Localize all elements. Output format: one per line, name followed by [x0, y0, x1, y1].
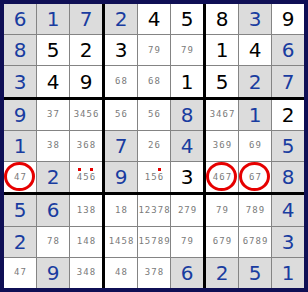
- cell-r2c6[interactable]: 79: [171, 35, 203, 65]
- cell-r4c8[interactable]: 1: [239, 100, 271, 130]
- cell-r2c5[interactable]: 79: [138, 35, 170, 65]
- candidate-r9c3-8: 8: [89, 268, 95, 277]
- candidates-r9c4: 48: [115, 268, 128, 277]
- candidate-r7c5-8: 8: [164, 206, 170, 215]
- candidates-r2c6: 79: [181, 46, 194, 55]
- cell-r9c5[interactable]: 378: [138, 258, 170, 288]
- candidate-r8c7-9: 9: [225, 237, 231, 246]
- cell-r9c1[interactable]: 47: [4, 258, 36, 288]
- cell-r2c2[interactable]: 5: [37, 35, 69, 65]
- digit-r2c4: 3: [115, 40, 128, 60]
- digit-r3c6: 1: [181, 72, 194, 92]
- digit-r9c9: 1: [282, 263, 295, 283]
- candidates-r6c1: 47: [14, 173, 27, 182]
- cell-r7c9[interactable]: 4: [272, 195, 304, 225]
- candidates-r6c5: 156: [144, 173, 163, 182]
- box-3: 839146527: [206, 4, 304, 97]
- cell-r6c2[interactable]: 2: [37, 162, 69, 192]
- cell-r1c9[interactable]: 9: [272, 4, 304, 34]
- cell-r4c4[interactable]: 56: [105, 100, 137, 130]
- candidate-r5c7-9: 9: [225, 141, 231, 150]
- candidates-r8c3: 148: [76, 237, 95, 246]
- digit-r3c1: 3: [14, 72, 27, 92]
- candidates-r7c8: 789: [245, 206, 264, 215]
- digit-r2c7: 1: [216, 40, 229, 60]
- digit-r2c2: 5: [47, 40, 60, 60]
- candidates-r6c7: 467: [212, 173, 231, 182]
- digit-r3c2: 4: [47, 72, 60, 92]
- cell-r2c3[interactable]: 2: [70, 35, 102, 65]
- candidates-r5c2: 38: [47, 141, 60, 150]
- candidates-r5c3: 368: [76, 141, 95, 150]
- digit-r2c3: 2: [80, 40, 93, 60]
- cell-r4c7[interactable]: 3467: [206, 100, 238, 130]
- cell-r9c2[interactable]: 9: [37, 258, 69, 288]
- candidates-r8c5: 15789: [138, 237, 170, 246]
- candidate-r4c5-6: 6: [154, 110, 160, 119]
- cell-r2c4[interactable]: 3: [105, 35, 137, 65]
- digit-r1c7: 8: [216, 9, 229, 29]
- box-9: 79789467967893251: [206, 195, 304, 288]
- candidates-r7c6: 279: [177, 206, 196, 215]
- candidate-r3c5-8: 8: [154, 77, 160, 86]
- cell-r8c7[interactable]: 679: [206, 227, 238, 257]
- candidate-r2c5-9: 9: [154, 46, 160, 55]
- digit-r1c9: 9: [282, 9, 295, 29]
- digit-r2c1: 8: [14, 40, 27, 60]
- cell-r7c5[interactable]: 12378: [138, 195, 170, 225]
- cell-r9c4[interactable]: 48: [105, 258, 137, 288]
- digit-r9c2: 9: [47, 263, 60, 283]
- candidate-r6c5-6-red-dot: 6: [157, 173, 163, 182]
- cell-r1c5[interactable]: 4: [138, 4, 170, 34]
- cell-r3c9[interactable]: 7: [272, 66, 304, 96]
- candidates-r6c8: 67: [249, 173, 262, 182]
- cell-r3c5[interactable]: 68: [138, 66, 170, 96]
- candidate-r4c4-6: 6: [121, 110, 127, 119]
- candidate-r5c3-8: 8: [89, 141, 95, 150]
- digit-r4c9: 2: [282, 105, 295, 125]
- candidate-r6c1-7: 7: [20, 173, 26, 182]
- candidate-r7c8-9: 9: [258, 206, 264, 215]
- cell-r5c8[interactable]: 69: [239, 131, 271, 161]
- candidate-r6c7-7: 7: [225, 173, 231, 182]
- candidates-r8c6: 79: [181, 237, 194, 246]
- candidate-r5c2-8: 8: [53, 141, 59, 150]
- cell-r2c9[interactable]: 6: [272, 35, 304, 65]
- digit-r8c1: 2: [14, 232, 27, 252]
- digit-r6c4: 9: [115, 167, 128, 187]
- candidate-r5c8-9: 9: [255, 141, 261, 150]
- cell-r8c4[interactable]: 1458: [105, 227, 137, 257]
- cell-r6c9[interactable]: 8: [272, 162, 304, 192]
- candidates-r2c5: 79: [148, 46, 161, 55]
- candidate-r9c4-8: 8: [121, 268, 127, 277]
- box-6: 346712369695467678: [206, 100, 304, 193]
- digit-r6c2: 2: [47, 167, 60, 187]
- cell-r6c4[interactable]: 9: [105, 162, 137, 192]
- candidates-r8c2: 78: [47, 237, 60, 246]
- cell-r8c5[interactable]: 15789: [138, 227, 170, 257]
- candidate-r8c2-8: 8: [53, 237, 59, 246]
- candidates-r8c4: 1458: [108, 237, 134, 246]
- candidate-r3c4-8: 8: [121, 77, 127, 86]
- cell-r9c8[interactable]: 5: [239, 258, 271, 288]
- cell-r8c1[interactable]: 2: [4, 227, 36, 257]
- candidate-r7c3-8: 8: [89, 206, 95, 215]
- digit-r6c6: 3: [181, 167, 194, 187]
- cell-r1c7[interactable]: 8: [206, 4, 238, 34]
- candidate-r7c6-9: 9: [190, 206, 196, 215]
- candidate-r4c7-7: 7: [228, 110, 234, 119]
- cell-r3c3[interactable]: 9: [70, 66, 102, 96]
- candidates-r4c7: 3467: [209, 110, 235, 119]
- box-2: 2453797968681: [105, 4, 203, 97]
- cell-r4c5[interactable]: 56: [138, 100, 170, 130]
- digit-r1c4: 2: [115, 9, 128, 29]
- cell-r5c1[interactable]: 1: [4, 131, 36, 161]
- cell-r6c5[interactable]: 156: [138, 162, 170, 192]
- cell-r3c8[interactable]: 2: [239, 66, 271, 96]
- candidates-r4c3: 3456: [73, 110, 99, 119]
- digit-r1c2: 1: [47, 9, 60, 29]
- digit-r6c9: 8: [282, 167, 295, 187]
- candidate-r9c5-8: 8: [157, 268, 163, 277]
- digit-r3c9: 7: [282, 72, 295, 92]
- cell-r5c6[interactable]: 4: [171, 131, 203, 161]
- candidate-r6c8-7: 7: [255, 173, 261, 182]
- candidate-r8c8-9: 9: [261, 237, 267, 246]
- digit-r5c4: 7: [115, 136, 128, 156]
- candidate-r2c6-9: 9: [187, 46, 193, 55]
- cell-r8c2[interactable]: 78: [37, 227, 69, 257]
- cell-r6c1[interactable]: 47: [4, 162, 36, 192]
- box-4: 9373456138368472456: [4, 100, 102, 193]
- cell-r4c9[interactable]: 2: [272, 100, 304, 130]
- candidate-r8c5-9: 9: [164, 237, 170, 246]
- cell-r6c6[interactable]: 3: [171, 162, 203, 192]
- cell-r7c8[interactable]: 789: [239, 195, 271, 225]
- cell-r4c6[interactable]: 8: [171, 100, 203, 130]
- cell-r8c6[interactable]: 79: [171, 227, 203, 257]
- cell-r4c2[interactable]: 37: [37, 100, 69, 130]
- cell-r5c4[interactable]: 7: [105, 131, 137, 161]
- candidates-r7c4: 18: [115, 206, 128, 215]
- digit-r7c2: 6: [47, 200, 60, 220]
- candidate-r7c4-8: 8: [121, 206, 127, 215]
- cell-r5c9[interactable]: 5: [272, 131, 304, 161]
- cell-r9c9[interactable]: 1: [272, 258, 304, 288]
- digit-r4c8: 1: [249, 105, 262, 125]
- box-8: 181237827914581578979483786: [105, 195, 203, 288]
- cell-r7c3[interactable]: 138: [70, 195, 102, 225]
- digit-r3c3: 9: [80, 72, 93, 92]
- candidate-r5c5-6: 6: [154, 141, 160, 150]
- digit-r1c5: 4: [148, 9, 161, 29]
- candidate-r8c3-8: 8: [89, 237, 95, 246]
- candidates-r3c5: 68: [148, 77, 161, 86]
- cell-r1c6[interactable]: 5: [171, 4, 203, 34]
- digit-r1c1: 6: [14, 9, 27, 29]
- candidate-r8c6-9: 9: [187, 237, 193, 246]
- cell-r4c1[interactable]: 9: [4, 100, 36, 130]
- digit-r9c7: 2: [216, 263, 229, 283]
- digit-r3c8: 2: [249, 72, 262, 92]
- digit-r9c8: 5: [249, 263, 262, 283]
- candidates-r8c8: 6789: [242, 237, 268, 246]
- cell-r6c8[interactable]: 67: [239, 162, 271, 192]
- box-5: 56568726491563: [105, 100, 203, 193]
- candidates-r4c2: 37: [47, 110, 60, 119]
- cell-r7c7[interactable]: 79: [206, 195, 238, 225]
- candidates-r5c7: 369: [212, 141, 231, 150]
- cell-r3c2[interactable]: 4: [37, 66, 69, 96]
- candidates-r6c3: 456: [76, 173, 95, 182]
- digit-r1c6: 5: [181, 9, 194, 29]
- digit-r1c3: 7: [80, 9, 93, 29]
- cell-r3c7[interactable]: 5: [206, 66, 238, 96]
- cell-r3c1[interactable]: 3: [4, 66, 36, 96]
- cell-r2c8[interactable]: 4: [239, 35, 271, 65]
- candidates-r9c5: 378: [144, 268, 163, 277]
- candidates-r9c1: 47: [14, 268, 27, 277]
- cell-r7c6[interactable]: 279: [171, 195, 203, 225]
- cell-r8c8[interactable]: 6789: [239, 227, 271, 257]
- cell-r9c3[interactable]: 348: [70, 258, 102, 288]
- cell-r1c1[interactable]: 6: [4, 4, 36, 34]
- cell-r3c4[interactable]: 68: [105, 66, 137, 96]
- candidates-r4c5: 56: [148, 110, 161, 119]
- box-7: 56138278148479348: [4, 195, 102, 288]
- cell-r7c4[interactable]: 18: [105, 195, 137, 225]
- candidates-r7c5: 12378: [138, 206, 170, 215]
- cell-r6c3[interactable]: 456: [70, 162, 102, 192]
- candidates-r3c4: 68: [115, 77, 128, 86]
- candidate-r4c3-6: 6: [92, 110, 98, 119]
- candidates-r7c3: 138: [76, 206, 95, 215]
- candidate-r7c7-9: 9: [222, 206, 228, 215]
- cell-r5c5[interactable]: 26: [138, 131, 170, 161]
- candidates-r8c7: 679: [212, 237, 231, 246]
- candidates-r5c8: 69: [249, 141, 262, 150]
- cell-r5c7[interactable]: 369: [206, 131, 238, 161]
- candidates-r7c7: 79: [216, 206, 229, 215]
- digit-r7c9: 4: [282, 200, 295, 220]
- digit-r2c8: 4: [249, 40, 262, 60]
- digit-r5c9: 5: [282, 136, 295, 156]
- digit-r4c6: 8: [181, 105, 194, 125]
- box-1: 617852349: [4, 4, 102, 97]
- digit-r8c9: 3: [282, 232, 295, 252]
- cell-r1c3[interactable]: 7: [70, 4, 102, 34]
- cell-r8c9[interactable]: 3: [272, 227, 304, 257]
- cell-r3c6[interactable]: 1: [171, 66, 203, 96]
- cell-r2c7[interactable]: 1: [206, 35, 238, 65]
- cell-r5c2[interactable]: 38: [37, 131, 69, 161]
- digit-r5c6: 4: [181, 136, 194, 156]
- candidates-r9c3: 348: [76, 268, 95, 277]
- candidate-r6c3-6-red-dot: 6: [89, 173, 95, 182]
- cell-r7c2[interactable]: 6: [37, 195, 69, 225]
- candidate-r9c1-7: 7: [20, 268, 26, 277]
- cell-r2c1[interactable]: 8: [4, 35, 36, 65]
- digit-r1c8: 3: [249, 9, 262, 29]
- digit-r4c1: 9: [14, 105, 27, 125]
- digit-r9c6: 6: [181, 263, 194, 283]
- cell-r9c6[interactable]: 6: [171, 258, 203, 288]
- sudoku-board: 6178523492453797968681839146527937345613…: [0, 0, 308, 292]
- digit-r3c7: 5: [216, 72, 229, 92]
- digit-r7c1: 5: [14, 200, 27, 220]
- digit-r2c9: 6: [282, 40, 295, 60]
- cell-r5c3[interactable]: 368: [70, 131, 102, 161]
- candidates-r4c4: 56: [115, 110, 128, 119]
- cell-r1c8[interactable]: 3: [239, 4, 271, 34]
- digit-r5c1: 1: [14, 136, 27, 156]
- cell-r1c2[interactable]: 1: [37, 4, 69, 34]
- cell-r6c7[interactable]: 467: [206, 162, 238, 192]
- candidates-r5c5: 26: [148, 141, 161, 150]
- cell-r9c7[interactable]: 2: [206, 258, 238, 288]
- cell-r8c3[interactable]: 148: [70, 227, 102, 257]
- cell-r1c4[interactable]: 2: [105, 4, 137, 34]
- candidate-r8c4-8: 8: [127, 237, 133, 246]
- cell-r7c1[interactable]: 5: [4, 195, 36, 225]
- cell-r4c3[interactable]: 3456: [70, 100, 102, 130]
- candidate-r4c2-7: 7: [53, 110, 59, 119]
